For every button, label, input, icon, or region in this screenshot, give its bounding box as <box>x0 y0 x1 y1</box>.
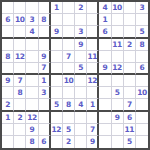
cell-r2c7[interactable] <box>75 14 87 26</box>
cell-r10c10[interactable]: 9 <box>112 112 124 124</box>
cell-r11c1[interactable] <box>2 124 14 136</box>
cell-r2c6[interactable] <box>63 14 75 26</box>
cell-r9c6[interactable]: 8 <box>63 99 75 111</box>
cell-r10c3[interactable]: 12 <box>26 112 38 124</box>
cell-r9c10[interactable] <box>112 99 124 111</box>
cell-r3c4[interactable] <box>39 26 51 38</box>
cell-r1c11[interactable] <box>124 2 136 14</box>
cell-r8c1[interactable] <box>2 87 14 99</box>
cell-r10c1[interactable]: 1 <box>2 112 14 124</box>
cell-r12c6[interactable]: 2 <box>63 136 75 148</box>
cell-r4c1[interactable] <box>2 39 14 51</box>
cell-r1c4[interactable] <box>39 2 51 14</box>
cell-r3c2[interactable] <box>14 26 26 38</box>
cell-r12c7[interactable] <box>75 136 87 148</box>
cell-r9c11[interactable]: 7 <box>124 99 136 111</box>
cell-r11c5[interactable]: 12 <box>51 124 63 136</box>
cell-r7c3[interactable] <box>26 75 38 87</box>
cell-r12c2[interactable] <box>14 136 26 148</box>
cell-r3c1[interactable] <box>2 26 14 38</box>
cell-r1c10[interactable]: 10 <box>112 2 124 14</box>
cell-r10c9[interactable] <box>99 112 111 124</box>
cell-r12c1[interactable] <box>2 136 14 148</box>
cell-r2c3[interactable]: 3 <box>26 14 38 26</box>
cell-r10c8[interactable] <box>87 112 99 124</box>
cell-r3c10[interactable] <box>112 26 124 38</box>
cell-r5c3[interactable] <box>26 51 38 63</box>
cell-r1c6[interactable] <box>63 2 75 14</box>
cell-r1c9[interactable]: 4 <box>99 2 111 14</box>
cell-r5c7[interactable] <box>75 51 87 63</box>
cell-r5c2[interactable]: 12 <box>14 51 26 63</box>
cell-r9c9[interactable] <box>99 99 111 111</box>
cell-r2c5[interactable] <box>51 14 63 26</box>
cell-r5c11[interactable] <box>124 51 136 63</box>
cell-r8c10[interactable]: 5 <box>112 87 124 99</box>
cell-r10c5[interactable] <box>51 112 63 124</box>
cell-r5c10[interactable] <box>112 51 124 63</box>
cell-r1c2[interactable] <box>14 2 26 14</box>
cell-r3c3[interactable]: 4 <box>26 26 38 38</box>
cell-r2c1[interactable]: 6 <box>2 14 14 26</box>
cell-r11c9[interactable] <box>99 124 111 136</box>
cell-r7c12[interactable] <box>136 75 148 87</box>
cell-r7c9[interactable] <box>99 75 111 87</box>
cell-r5c1[interactable]: 8 <box>2 51 14 63</box>
cell-r5c8[interactable]: 11 <box>87 51 99 63</box>
cell-r11c8[interactable]: 7 <box>87 124 99 136</box>
cell-r5c9[interactable] <box>99 51 111 63</box>
cell-r7c10[interactable] <box>112 75 124 87</box>
cell-r8c4[interactable]: 3 <box>39 87 51 99</box>
cell-r1c5[interactable]: 1 <box>51 2 63 14</box>
sudoku-board: 1241036103814936591128812971175912697110… <box>0 0 150 150</box>
cell-r11c12[interactable] <box>136 124 148 136</box>
cell-r7c11[interactable] <box>124 75 136 87</box>
cell-r1c3[interactable] <box>26 2 38 14</box>
cell-r7c2[interactable]: 7 <box>14 75 26 87</box>
cell-r11c6[interactable]: 5 <box>63 124 75 136</box>
cell-r4c7[interactable]: 9 <box>75 39 87 51</box>
cell-r4c3[interactable] <box>26 39 38 51</box>
cell-r1c1[interactable] <box>2 2 14 14</box>
cell-r2c9[interactable]: 1 <box>99 14 111 26</box>
cell-r4c6[interactable] <box>63 39 75 51</box>
cell-r10c2[interactable]: 2 <box>14 112 26 124</box>
cell-r1c12[interactable]: 3 <box>136 2 148 14</box>
cell-r6c1[interactable] <box>2 63 14 75</box>
cell-r9c5[interactable]: 5 <box>51 99 63 111</box>
cell-r11c7[interactable] <box>75 124 87 136</box>
cell-r4c2[interactable] <box>14 39 26 51</box>
cell-r3c5[interactable]: 9 <box>51 26 63 38</box>
cell-r12c3[interactable]: 8 <box>26 136 38 148</box>
cell-r5c6[interactable]: 7 <box>63 51 75 63</box>
cell-r12c11[interactable]: 5 <box>124 136 136 148</box>
cell-r12c8[interactable]: 9 <box>87 136 99 148</box>
cell-r5c4[interactable]: 9 <box>39 51 51 63</box>
cell-r6c12[interactable]: 6 <box>136 63 148 75</box>
cell-r3c8[interactable] <box>87 26 99 38</box>
cell-r7c6[interactable]: 10 <box>63 75 75 87</box>
cell-r7c8[interactable]: 12 <box>87 75 99 87</box>
cell-r6c6[interactable] <box>63 63 75 75</box>
cell-r6c2[interactable] <box>14 63 26 75</box>
cell-r6c4[interactable]: 7 <box>39 63 51 75</box>
cell-r12c9[interactable] <box>99 136 111 148</box>
cell-r9c8[interactable]: 1 <box>87 99 99 111</box>
cell-r6c5[interactable] <box>51 63 63 75</box>
cell-r8c8[interactable] <box>87 87 99 99</box>
cell-r9c3[interactable] <box>26 99 38 111</box>
cell-r2c2[interactable]: 10 <box>14 14 26 26</box>
cell-r10c4[interactable] <box>39 112 51 124</box>
cell-r7c5[interactable] <box>51 75 63 87</box>
cell-r8c9[interactable] <box>99 87 111 99</box>
cell-r8c7[interactable] <box>75 87 87 99</box>
cell-r12c5[interactable] <box>51 136 63 148</box>
cell-r2c10[interactable] <box>112 14 124 26</box>
cell-r2c11[interactable] <box>124 14 136 26</box>
cell-r6c9[interactable]: 9 <box>99 63 111 75</box>
cell-r5c5[interactable] <box>51 51 63 63</box>
cell-r3c6[interactable] <box>63 26 75 38</box>
cell-r10c7[interactable] <box>75 112 87 124</box>
cell-r7c4[interactable]: 1 <box>39 75 51 87</box>
cell-r6c11[interactable] <box>124 63 136 75</box>
cell-r8c5[interactable] <box>51 87 63 99</box>
cell-r9c2[interactable] <box>14 99 26 111</box>
cell-r11c2[interactable] <box>14 124 26 136</box>
cell-r8c3[interactable] <box>26 87 38 99</box>
cell-r7c7[interactable] <box>75 75 87 87</box>
cell-r8c11[interactable] <box>124 87 136 99</box>
cell-r4c10[interactable]: 11 <box>112 39 124 51</box>
cell-r12c12[interactable] <box>136 136 148 148</box>
cell-r12c4[interactable]: 6 <box>39 136 51 148</box>
cell-r11c11[interactable]: 11 <box>124 124 136 136</box>
cell-r9c12[interactable] <box>136 99 148 111</box>
cell-r8c12[interactable]: 10 <box>136 87 148 99</box>
cell-r2c4[interactable]: 8 <box>39 14 51 26</box>
cell-r11c4[interactable] <box>39 124 51 136</box>
cell-r9c1[interactable]: 2 <box>2 99 14 111</box>
cell-r9c4[interactable] <box>39 99 51 111</box>
cell-r2c8[interactable] <box>87 14 99 26</box>
cell-r12c10[interactable] <box>112 136 124 148</box>
cell-r6c8[interactable] <box>87 63 99 75</box>
cell-r4c9[interactable] <box>99 39 111 51</box>
cell-r2c12[interactable] <box>136 14 148 26</box>
cell-r4c5[interactable] <box>51 39 63 51</box>
cell-r6c3[interactable] <box>26 63 38 75</box>
cell-r6c10[interactable]: 12 <box>112 63 124 75</box>
cell-r9c7[interactable]: 4 <box>75 99 87 111</box>
cell-r4c11[interactable]: 2 <box>124 39 136 51</box>
cell-r4c4[interactable] <box>39 39 51 51</box>
cell-r3c9[interactable]: 6 <box>99 26 111 38</box>
cell-r10c6[interactable] <box>63 112 75 124</box>
cell-r3c7[interactable]: 3 <box>75 26 87 38</box>
cell-r1c8[interactable] <box>87 2 99 14</box>
cell-r7c1[interactable]: 9 <box>2 75 14 87</box>
cell-r5c12[interactable] <box>136 51 148 63</box>
cell-r3c11[interactable] <box>124 26 136 38</box>
cell-r6c7[interactable]: 5 <box>75 63 87 75</box>
cell-r3c12[interactable]: 5 <box>136 26 148 38</box>
cell-r11c3[interactable]: 9 <box>26 124 38 136</box>
cell-r4c12[interactable]: 8 <box>136 39 148 51</box>
cell-r10c11[interactable]: 6 <box>124 112 136 124</box>
cell-r4c8[interactable] <box>87 39 99 51</box>
cell-r8c2[interactable]: 8 <box>14 87 26 99</box>
cell-r10c12[interactable] <box>136 112 148 124</box>
cell-r11c10[interactable] <box>112 124 124 136</box>
cell-r8c6[interactable] <box>63 87 75 99</box>
cell-r1c7[interactable]: 2 <box>75 2 87 14</box>
